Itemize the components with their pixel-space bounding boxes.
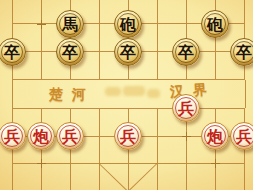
grid-cell [216, 164, 245, 190]
piece-glyph: 兵 [57, 123, 83, 151]
piece-black-horse[interactable]: 馬 [56, 10, 84, 38]
river-label-chu-he: 楚河 [49, 86, 95, 104]
grid-cell [158, 137, 187, 164]
piece-glyph: 炮 [28, 123, 54, 151]
piece-black-cannon[interactable]: 砲 [201, 10, 229, 38]
piece-glyph: 兵 [173, 95, 199, 123]
piece-glyph: 卒 [57, 39, 83, 67]
piece-black-soldier[interactable]: 卒 [56, 38, 84, 66]
piece-black-soldier[interactable]: 卒 [172, 38, 200, 66]
piece-glyph: 兵 [115, 123, 141, 151]
start-point-marker [37, 159, 46, 168]
piece-red-cannon[interactable]: 炮 [27, 122, 55, 150]
start-point-marker [182, 132, 191, 141]
piece-glyph: 馬 [57, 11, 83, 39]
piece-glyph: 卒 [173, 39, 199, 67]
grid-cell [158, 164, 187, 190]
piece-black-cannon[interactable]: 砲 [114, 10, 142, 38]
start-point-marker [37, 20, 46, 29]
piece-glyph: 卒 [115, 39, 141, 67]
watermark-illegible [123, 86, 145, 96]
piece-glyph: 卒 [231, 39, 253, 67]
piece-glyph: 兵 [0, 123, 25, 151]
piece-red-cannon[interactable]: 炮 [201, 122, 229, 150]
piece-glyph: 炮 [202, 123, 228, 151]
piece-glyph: 砲 [202, 11, 228, 39]
piece-red-soldier[interactable]: 兵 [114, 122, 142, 150]
grid-cell [158, 0, 187, 24]
watermark-illegible [105, 87, 121, 96]
piece-black-soldier[interactable]: 卒 [0, 38, 26, 66]
piece-red-soldier[interactable]: 兵 [56, 122, 84, 150]
grid-cell [42, 164, 71, 190]
xiangqi-board: 楚河 汉界 馬砲砲卒卒卒卒卒兵兵炮兵兵炮兵 [0, 0, 253, 190]
piece-glyph: 砲 [115, 11, 141, 39]
piece-glyph: 兵 [231, 123, 253, 151]
piece-red-soldier[interactable]: 兵 [172, 94, 200, 122]
piece-black-soldier[interactable]: 卒 [230, 38, 253, 66]
start-point-marker [211, 159, 220, 168]
piece-red-soldier[interactable]: 兵 [0, 122, 26, 150]
watermark-illegible [147, 89, 160, 98]
piece-black-soldier[interactable]: 卒 [114, 38, 142, 66]
piece-red-soldier[interactable]: 兵 [230, 122, 253, 150]
grid-cell [71, 164, 100, 190]
piece-glyph: 卒 [0, 39, 25, 67]
